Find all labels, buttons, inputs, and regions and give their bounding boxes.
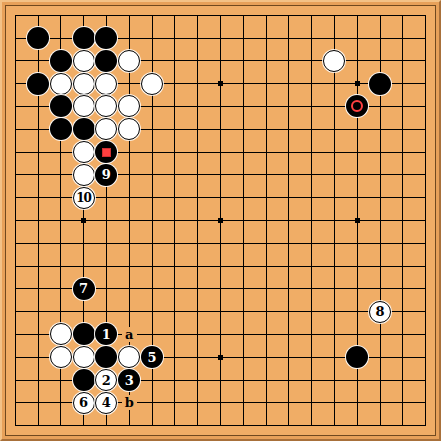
- stone-black-4-2[interactable]: [95, 50, 117, 72]
- stone-black-15-15[interactable]: [346, 346, 368, 368]
- board-layer: 91078152364ab: [2, 2, 439, 439]
- stone-black-2-2[interactable]: [50, 50, 72, 72]
- stone-white-3-2[interactable]: [73, 50, 95, 72]
- stone-white-5-5[interactable]: [118, 118, 140, 140]
- stone-black-3-1[interactable]: [73, 27, 95, 49]
- stone-white-5-15[interactable]: [118, 346, 140, 368]
- grid-line-vertical: [425, 15, 426, 426]
- red-square-marker: [102, 148, 111, 157]
- stone-white-5-2[interactable]: [118, 50, 140, 72]
- star-point: [218, 355, 223, 360]
- grid-line-horizontal: [15, 243, 426, 244]
- stone-white-3-17[interactable]: 6: [73, 392, 95, 414]
- stone-black-2-4[interactable]: [50, 95, 72, 117]
- star-point: [218, 218, 223, 223]
- stone-black-5-16[interactable]: 3: [118, 369, 140, 391]
- grid-line-horizontal: [15, 311, 426, 312]
- stone-black-2-5[interactable]: [50, 118, 72, 140]
- stone-white-2-3[interactable]: [50, 73, 72, 95]
- stone-black-4-15[interactable]: [95, 346, 117, 368]
- stone-white-3-8[interactable]: 10: [73, 187, 95, 209]
- stone-white-3-4[interactable]: [73, 95, 95, 117]
- stone-white-4-4[interactable]: [95, 95, 117, 117]
- stone-black-6-15[interactable]: 5: [141, 346, 163, 368]
- stone-black-16-3[interactable]: [369, 73, 391, 95]
- stone-white-6-3[interactable]: [141, 73, 163, 95]
- stone-white-2-14[interactable]: [50, 323, 72, 345]
- stone-black-3-12[interactable]: 7: [73, 278, 95, 300]
- stone-white-4-17[interactable]: 4: [95, 392, 117, 414]
- grid-line-vertical: [402, 15, 403, 426]
- star-point: [355, 218, 360, 223]
- star-point: [81, 218, 86, 223]
- stone-black-1-3[interactable]: [27, 73, 49, 95]
- stone-black-1-1[interactable]: [27, 27, 49, 49]
- grid-line-vertical: [266, 15, 267, 426]
- point-label-a[interactable]: a: [122, 327, 137, 342]
- grid-line-horizontal: [15, 266, 426, 267]
- grid-line-vertical: [243, 15, 244, 426]
- stone-black-3-14[interactable]: [73, 323, 95, 345]
- stone-white-3-15[interactable]: [73, 346, 95, 368]
- stone-white-3-3[interactable]: [73, 73, 95, 95]
- stone-black-3-5[interactable]: [73, 118, 95, 140]
- stone-black-3-16[interactable]: [73, 369, 95, 391]
- stone-black-4-14[interactable]: 1: [95, 323, 117, 345]
- stone-white-4-16[interactable]: 2: [95, 369, 117, 391]
- star-point: [355, 81, 360, 86]
- point-label-b[interactable]: b: [122, 395, 137, 410]
- grid-line-vertical: [334, 15, 335, 426]
- star-point: [218, 81, 223, 86]
- stone-black-4-7[interactable]: 9: [95, 164, 117, 186]
- stone-white-4-3[interactable]: [95, 73, 117, 95]
- stone-white-14-2[interactable]: [323, 50, 345, 72]
- grid-line-vertical: [288, 15, 289, 426]
- stone-white-4-5[interactable]: [95, 118, 117, 140]
- stone-white-3-7[interactable]: [73, 164, 95, 186]
- stone-white-5-4[interactable]: [118, 95, 140, 117]
- stone-white-2-15[interactable]: [50, 346, 72, 368]
- stone-black-4-1[interactable]: [95, 27, 117, 49]
- grid-line-vertical: [311, 15, 312, 426]
- go-board: 91078152364ab: [0, 0, 441, 441]
- grid-line-horizontal: [15, 425, 426, 426]
- stone-white-3-6[interactable]: [73, 141, 95, 163]
- stone-white-16-13[interactable]: 8: [369, 301, 391, 323]
